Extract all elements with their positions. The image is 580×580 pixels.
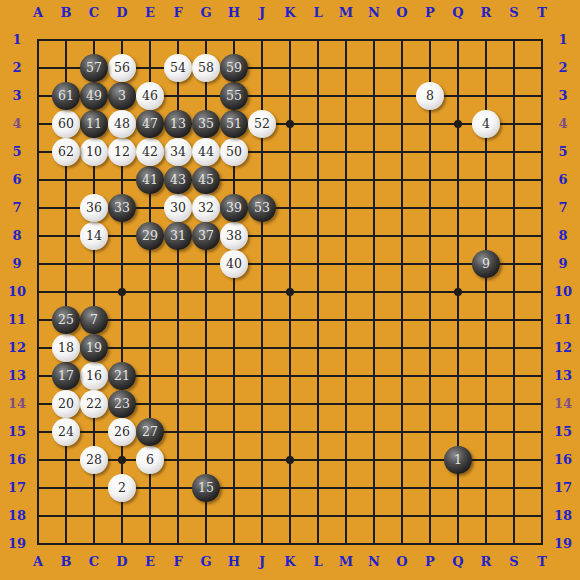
stone-black-19[interactable]: 19	[80, 334, 108, 362]
coord-label-right-2: 2	[548, 58, 578, 78]
stone-number: 60	[58, 118, 74, 131]
coord-label-right-3: 3	[548, 86, 578, 106]
grid-line-horizontal	[37, 543, 543, 545]
stone-white-44[interactable]: 44	[192, 138, 220, 166]
stone-black-33[interactable]: 33	[108, 194, 136, 222]
coord-label-bottom-O: O	[392, 552, 412, 572]
grid-line-vertical	[373, 39, 375, 545]
coord-label-right-9: 9	[548, 254, 578, 274]
coord-label-bottom-S: S	[504, 552, 524, 572]
grid-line-vertical	[317, 39, 319, 545]
stone-black-43[interactable]: 43	[164, 166, 192, 194]
stone-number: 8	[426, 90, 434, 103]
stone-black-51[interactable]: 51	[220, 110, 248, 138]
star-point	[286, 120, 294, 128]
stone-number: 35	[198, 118, 214, 131]
stone-number: 44	[198, 146, 214, 159]
stone-white-24[interactable]: 24	[52, 418, 80, 446]
grid-line-vertical	[401, 39, 403, 545]
coord-label-right-11: 11	[548, 310, 578, 330]
stone-number: 19	[86, 342, 102, 355]
coord-label-right-19: 19	[548, 534, 578, 554]
coord-label-bottom-G: G	[196, 552, 216, 572]
coord-label-bottom-P: P	[420, 552, 440, 572]
stone-number: 17	[58, 370, 74, 383]
stone-number: 43	[170, 174, 186, 187]
coord-label-left-19: 19	[2, 534, 32, 554]
stone-number: 41	[142, 174, 158, 187]
coord-label-top-C: C	[84, 3, 104, 23]
stone-white-38[interactable]: 38	[220, 222, 248, 250]
stone-white-56[interactable]: 56	[108, 54, 136, 82]
coord-label-right-14: 14	[548, 394, 578, 414]
coord-label-left-17: 17	[2, 478, 32, 498]
stone-white-48[interactable]: 48	[108, 110, 136, 138]
stone-number: 30	[170, 202, 186, 215]
coord-label-left-7: 7	[2, 198, 32, 218]
stone-black-7[interactable]: 7	[80, 306, 108, 334]
stone-white-26[interactable]: 26	[108, 418, 136, 446]
coord-label-left-1: 1	[2, 30, 32, 50]
stone-number: 50	[226, 146, 242, 159]
stone-white-32[interactable]: 32	[192, 194, 220, 222]
star-point	[286, 456, 294, 464]
coord-label-bottom-B: B	[56, 552, 76, 572]
coord-label-right-18: 18	[548, 506, 578, 526]
grid-line-vertical	[513, 39, 515, 545]
stone-black-39[interactable]: 39	[220, 194, 248, 222]
stone-white-54[interactable]: 54	[164, 54, 192, 82]
stone-number: 34	[170, 146, 186, 159]
coord-label-left-18: 18	[2, 506, 32, 526]
star-point	[286, 288, 294, 296]
stone-white-20[interactable]: 20	[52, 390, 80, 418]
coord-label-bottom-H: H	[224, 552, 244, 572]
stone-number: 31	[170, 230, 186, 243]
stone-number: 54	[170, 62, 186, 75]
stone-black-29[interactable]: 29	[136, 222, 164, 250]
coord-label-right-4: 4	[548, 114, 578, 134]
stone-number: 13	[170, 118, 186, 131]
stone-black-15[interactable]: 15	[192, 474, 220, 502]
stone-number: 24	[58, 426, 74, 439]
coord-label-right-12: 12	[548, 338, 578, 358]
coord-label-bottom-A: A	[28, 552, 48, 572]
star-point	[118, 288, 126, 296]
stone-number: 4	[482, 118, 490, 131]
coord-label-top-T: T	[532, 3, 552, 23]
stone-number: 9	[482, 258, 490, 271]
stone-number: 56	[114, 62, 130, 75]
stone-black-25[interactable]: 25	[52, 306, 80, 334]
stone-white-4[interactable]: 4	[472, 110, 500, 138]
stone-number: 38	[226, 230, 242, 243]
coord-label-right-8: 8	[548, 226, 578, 246]
coord-label-left-16: 16	[2, 450, 32, 470]
stone-number: 36	[86, 202, 102, 215]
stone-black-49[interactable]: 49	[80, 82, 108, 110]
coord-label-bottom-M: M	[336, 552, 356, 572]
stone-number: 3	[118, 90, 126, 103]
stone-number: 53	[254, 202, 270, 215]
coord-label-right-6: 6	[548, 170, 578, 190]
stone-white-58[interactable]: 58	[192, 54, 220, 82]
stone-white-60[interactable]: 60	[52, 110, 80, 138]
coord-label-left-6: 6	[2, 170, 32, 190]
star-point	[118, 456, 126, 464]
coord-label-bottom-N: N	[364, 552, 384, 572]
stone-number: 11	[86, 118, 102, 131]
coord-label-top-S: S	[504, 3, 524, 23]
grid-line-horizontal	[37, 319, 543, 321]
coord-label-bottom-E: E	[140, 552, 160, 572]
stone-number: 14	[86, 230, 102, 243]
grid-line-horizontal	[37, 515, 543, 517]
coord-label-bottom-R: R	[476, 552, 496, 572]
coord-label-bottom-F: F	[168, 552, 188, 572]
stone-white-36[interactable]: 36	[80, 194, 108, 222]
stone-white-6[interactable]: 6	[136, 446, 164, 474]
coord-label-right-7: 7	[548, 198, 578, 218]
coord-label-left-13: 13	[2, 366, 32, 386]
coord-label-left-10: 10	[2, 282, 32, 302]
stone-number: 25	[58, 314, 74, 327]
coord-label-top-A: A	[28, 3, 48, 23]
coord-label-right-13: 13	[548, 366, 578, 386]
coord-label-top-H: H	[224, 3, 244, 23]
stone-white-2[interactable]: 2	[108, 474, 136, 502]
coord-label-left-15: 15	[2, 422, 32, 442]
stone-black-41[interactable]: 41	[136, 166, 164, 194]
stone-black-3[interactable]: 3	[108, 82, 136, 110]
stone-number: 47	[142, 118, 158, 131]
stone-black-55[interactable]: 55	[220, 82, 248, 110]
stone-white-42[interactable]: 42	[136, 138, 164, 166]
stone-white-18[interactable]: 18	[52, 334, 80, 362]
stone-black-1[interactable]: 1	[444, 446, 472, 474]
stone-black-17[interactable]: 17	[52, 362, 80, 390]
stone-white-28[interactable]: 28	[80, 446, 108, 474]
stone-white-16[interactable]: 16	[80, 362, 108, 390]
coord-label-top-G: G	[196, 3, 216, 23]
stone-number: 52	[254, 118, 270, 131]
stone-number: 51	[226, 118, 242, 131]
stone-number: 40	[226, 258, 242, 271]
coord-label-left-3: 3	[2, 86, 32, 106]
grid-line-horizontal	[37, 347, 543, 349]
stone-number: 10	[86, 146, 102, 159]
stone-number: 32	[198, 202, 214, 215]
stone-number: 2	[118, 482, 126, 495]
coord-label-top-D: D	[112, 3, 132, 23]
grid-line-vertical	[541, 39, 543, 545]
stone-number: 7	[90, 314, 98, 327]
stone-black-23[interactable]: 23	[108, 390, 136, 418]
go-board[interactable]: AABBCCDDEEFFGGHHJJKKLLMMNNOOPPQQRRSSTT11…	[0, 0, 580, 580]
stone-white-10[interactable]: 10	[80, 138, 108, 166]
stone-number: 21	[114, 370, 130, 383]
stone-number: 23	[114, 398, 130, 411]
stone-number: 6	[146, 454, 154, 467]
star-point	[454, 288, 462, 296]
stone-number: 27	[142, 426, 158, 439]
coord-label-top-Q: Q	[448, 3, 468, 23]
stone-white-46[interactable]: 46	[136, 82, 164, 110]
stone-black-35[interactable]: 35	[192, 110, 220, 138]
stone-white-30[interactable]: 30	[164, 194, 192, 222]
coord-label-top-J: J	[252, 3, 272, 23]
stone-number: 28	[86, 454, 102, 467]
stone-black-53[interactable]: 53	[248, 194, 276, 222]
coord-label-right-10: 10	[548, 282, 578, 302]
stone-number: 57	[86, 62, 102, 75]
stone-black-13[interactable]: 13	[164, 110, 192, 138]
stone-black-9[interactable]: 9	[472, 250, 500, 278]
stone-number: 22	[86, 398, 102, 411]
coord-label-top-L: L	[308, 3, 328, 23]
coord-label-top-E: E	[140, 3, 160, 23]
stone-number: 62	[58, 146, 74, 159]
stone-number: 18	[58, 342, 74, 355]
coord-label-top-K: K	[280, 3, 300, 23]
coord-label-top-B: B	[56, 3, 76, 23]
stone-number: 15	[198, 482, 214, 495]
stone-number: 16	[86, 370, 102, 383]
stone-black-61[interactable]: 61	[52, 82, 80, 110]
stone-white-14[interactable]: 14	[80, 222, 108, 250]
stone-black-59[interactable]: 59	[220, 54, 248, 82]
stone-number: 33	[114, 202, 130, 215]
stone-white-12[interactable]: 12	[108, 138, 136, 166]
grid-line-vertical	[429, 39, 431, 545]
coord-label-left-14: 14	[2, 394, 32, 414]
coord-label-left-2: 2	[2, 58, 32, 78]
stone-black-31[interactable]: 31	[164, 222, 192, 250]
stone-white-40[interactable]: 40	[220, 250, 248, 278]
stone-number: 26	[114, 426, 130, 439]
stone-number: 42	[142, 146, 158, 159]
stone-black-37[interactable]: 37	[192, 222, 220, 250]
stone-number: 49	[86, 90, 102, 103]
stone-black-47[interactable]: 47	[136, 110, 164, 138]
coord-label-left-8: 8	[2, 226, 32, 246]
coord-label-bottom-C: C	[84, 552, 104, 572]
coord-label-top-R: R	[476, 3, 496, 23]
coord-label-left-9: 9	[2, 254, 32, 274]
stone-white-50[interactable]: 50	[220, 138, 248, 166]
coord-label-top-F: F	[168, 3, 188, 23]
coord-label-top-M: M	[336, 3, 356, 23]
coord-label-right-5: 5	[548, 142, 578, 162]
coord-label-right-1: 1	[548, 30, 578, 50]
coord-label-top-O: O	[392, 3, 412, 23]
stone-black-45[interactable]: 45	[192, 166, 220, 194]
stone-number: 1	[454, 454, 462, 467]
coord-label-top-P: P	[420, 3, 440, 23]
coord-label-bottom-K: K	[280, 552, 300, 572]
stone-white-22[interactable]: 22	[80, 390, 108, 418]
stone-white-52[interactable]: 52	[248, 110, 276, 138]
stone-number: 46	[142, 90, 158, 103]
stone-number: 45	[198, 174, 214, 187]
coord-label-right-16: 16	[548, 450, 578, 470]
coord-label-left-4: 4	[2, 114, 32, 134]
coord-label-left-5: 5	[2, 142, 32, 162]
stone-number: 37	[198, 230, 214, 243]
stone-number: 59	[226, 62, 242, 75]
stone-number: 39	[226, 202, 242, 215]
stone-number: 12	[114, 146, 130, 159]
star-point	[454, 120, 462, 128]
coord-label-left-11: 11	[2, 310, 32, 330]
stone-number: 55	[226, 90, 242, 103]
coord-label-bottom-J: J	[252, 552, 272, 572]
coord-label-bottom-Q: Q	[448, 552, 468, 572]
stone-white-62[interactable]: 62	[52, 138, 80, 166]
coord-label-right-17: 17	[548, 478, 578, 498]
grid-line-vertical	[345, 39, 347, 545]
stone-white-8[interactable]: 8	[416, 82, 444, 110]
stone-black-57[interactable]: 57	[80, 54, 108, 82]
coord-label-bottom-L: L	[308, 552, 328, 572]
coord-label-left-12: 12	[2, 338, 32, 358]
stone-black-27[interactable]: 27	[136, 418, 164, 446]
coord-label-top-N: N	[364, 3, 384, 23]
stone-number: 48	[114, 118, 130, 131]
stone-number: 61	[58, 90, 74, 103]
coord-label-bottom-T: T	[532, 552, 552, 572]
stone-black-21[interactable]: 21	[108, 362, 136, 390]
stone-black-11[interactable]: 11	[80, 110, 108, 138]
coord-label-right-15: 15	[548, 422, 578, 442]
stone-number: 29	[142, 230, 158, 243]
stone-white-34[interactable]: 34	[164, 138, 192, 166]
coord-label-bottom-D: D	[112, 552, 132, 572]
stone-number: 20	[58, 398, 74, 411]
stone-number: 58	[198, 62, 214, 75]
